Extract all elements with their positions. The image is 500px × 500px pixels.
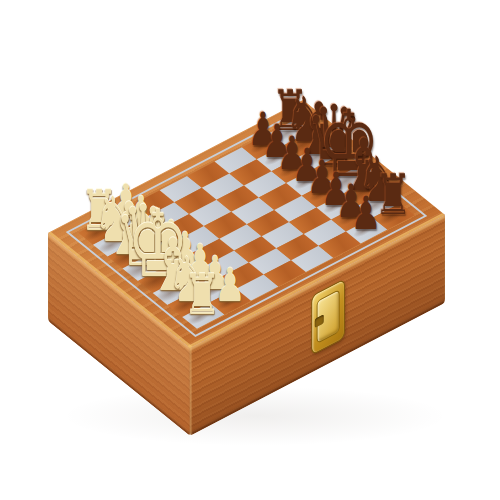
chess-box-photo: ♜♞♟♝♟♛♟♚♟♝♟♞♟♜♟♟♟♟♜♟♞♟♝♟♛♟♚♟♝♟♞♜ — [0, 0, 500, 500]
white-rook-h1[interactable]: ♜ — [183, 267, 221, 323]
pieces-layer: ♜♞♟♝♟♛♟♚♟♝♟♞♟♜♟♟♟♟♜♟♞♟♝♟♛♟♚♟♝♟♞♜ — [0, 0, 500, 500]
black-pawn-h7[interactable]: ♟ — [350, 190, 381, 236]
